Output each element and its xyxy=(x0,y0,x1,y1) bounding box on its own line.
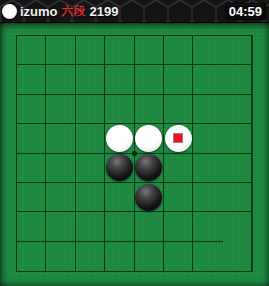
cell-e4[interactable] xyxy=(135,124,164,153)
cell-d5[interactable] xyxy=(105,154,134,183)
cell-h4[interactable] xyxy=(223,124,252,153)
last-move-marker xyxy=(174,134,182,142)
cell-g7[interactable] xyxy=(193,212,222,241)
cell-a3[interactable] xyxy=(17,95,46,124)
cell-f1[interactable] xyxy=(164,36,193,65)
cell-a7[interactable] xyxy=(17,212,46,241)
cell-f7[interactable] xyxy=(164,212,193,241)
cell-d8[interactable] xyxy=(105,242,134,271)
cell-f3[interactable] xyxy=(164,95,193,124)
white-disc xyxy=(165,125,192,152)
cell-e3[interactable] xyxy=(135,95,164,124)
cell-g1[interactable] xyxy=(193,36,222,65)
cell-e5[interactable] xyxy=(135,154,164,183)
cell-a2[interactable] xyxy=(17,65,46,94)
cell-f4[interactable] xyxy=(164,124,193,153)
cell-b8[interactable] xyxy=(46,242,75,271)
cell-a5[interactable] xyxy=(17,154,46,183)
cell-b5[interactable] xyxy=(46,154,75,183)
white-disc xyxy=(135,125,162,152)
cell-b2[interactable] xyxy=(46,65,75,94)
cell-a6[interactable] xyxy=(17,183,46,212)
cell-h6[interactable] xyxy=(223,183,252,212)
cell-h7[interactable] xyxy=(223,212,252,241)
cell-e1[interactable] xyxy=(135,36,164,65)
player-rating: 2199 xyxy=(90,4,119,19)
center-dot xyxy=(132,151,137,156)
cell-h8[interactable] xyxy=(223,242,252,271)
cell-e8[interactable] xyxy=(135,242,164,271)
cell-d1[interactable] xyxy=(105,36,134,65)
cell-d2[interactable] xyxy=(105,65,134,94)
player-name: izumo xyxy=(20,4,58,19)
cell-f6[interactable] xyxy=(164,183,193,212)
cell-e7[interactable] xyxy=(135,212,164,241)
othello-app: izumo 六段 2199 04:59 xyxy=(0,0,269,286)
opponent-player-bar: izumo 六段 2199 04:59 xyxy=(0,0,269,23)
cell-c7[interactable] xyxy=(76,212,105,241)
cell-d6[interactable] xyxy=(105,183,134,212)
cell-d3[interactable] xyxy=(105,95,134,124)
cell-c3[interactable] xyxy=(76,95,105,124)
cell-a4[interactable] xyxy=(17,124,46,153)
cell-b3[interactable] xyxy=(46,95,75,124)
black-disc xyxy=(106,154,133,181)
cell-c5[interactable] xyxy=(76,154,105,183)
grid xyxy=(16,35,253,272)
player-rank: 六段 xyxy=(62,3,86,20)
cell-h5[interactable] xyxy=(223,154,252,183)
cell-g8[interactable] xyxy=(193,242,222,271)
cell-b1[interactable] xyxy=(46,36,75,65)
cell-a1[interactable] xyxy=(17,36,46,65)
cell-f2[interactable] xyxy=(164,65,193,94)
cell-d7[interactable] xyxy=(105,212,134,241)
cell-e6[interactable] xyxy=(135,183,164,212)
cell-b7[interactable] xyxy=(46,212,75,241)
board xyxy=(0,23,269,286)
cell-a8[interactable] xyxy=(17,242,46,271)
cell-e2[interactable] xyxy=(135,65,164,94)
cell-h3[interactable] xyxy=(223,95,252,124)
cell-h2[interactable] xyxy=(223,65,252,94)
cell-g3[interactable] xyxy=(193,95,222,124)
cell-f8[interactable] xyxy=(164,242,193,271)
black-disc xyxy=(135,184,162,211)
cell-d4[interactable] xyxy=(105,124,134,153)
cell-c6[interactable] xyxy=(76,183,105,212)
cell-c8[interactable] xyxy=(76,242,105,271)
cell-g4[interactable] xyxy=(193,124,222,153)
cell-g5[interactable] xyxy=(193,154,222,183)
black-disc xyxy=(135,154,162,181)
white-player-disc-icon xyxy=(2,4,17,19)
cell-c2[interactable] xyxy=(76,65,105,94)
cell-c4[interactable] xyxy=(76,124,105,153)
cell-f5[interactable] xyxy=(164,154,193,183)
white-disc xyxy=(106,125,133,152)
cell-h1[interactable] xyxy=(223,36,252,65)
cell-g6[interactable] xyxy=(193,183,222,212)
cell-c1[interactable] xyxy=(76,36,105,65)
cell-g2[interactable] xyxy=(193,65,222,94)
player-clock: 04:59 xyxy=(225,3,266,20)
cell-b6[interactable] xyxy=(46,183,75,212)
cell-b4[interactable] xyxy=(46,124,75,153)
